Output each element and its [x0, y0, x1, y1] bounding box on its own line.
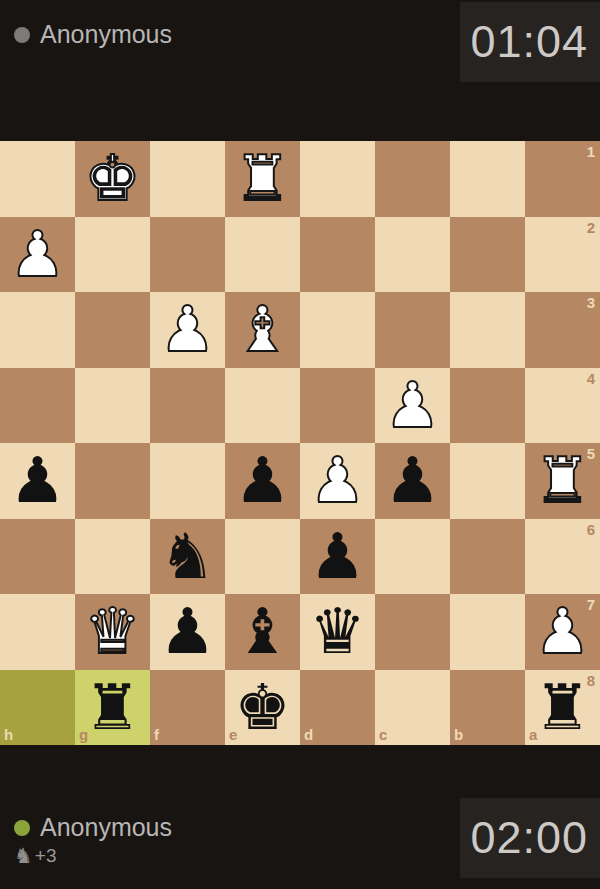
file-label-b: b: [454, 727, 463, 742]
black-pawn[interactable]: ♟: [234, 449, 290, 512]
black-pawn[interactable]: ♟: [384, 449, 440, 512]
square-e1[interactable]: ♜: [225, 141, 300, 217]
square-d8[interactable]: d: [300, 670, 375, 746]
top-player-bar: Anonymous: [14, 20, 172, 49]
black-bishop[interactable]: ♝: [234, 600, 290, 663]
black-pawn[interactable]: ♟: [159, 600, 215, 663]
white-king[interactable]: ♚: [84, 147, 140, 210]
square-e5[interactable]: ♟: [225, 443, 300, 519]
square-b1[interactable]: [450, 141, 525, 217]
file-label-f: f: [154, 727, 159, 742]
square-h2[interactable]: ♟: [0, 217, 75, 293]
rank-label-4: 4: [587, 371, 595, 386]
white-pawn[interactable]: ♟: [309, 449, 365, 512]
square-a4[interactable]: 4: [525, 368, 600, 444]
square-c3[interactable]: [375, 292, 450, 368]
file-label-c: c: [379, 727, 387, 742]
rank-label-1: 1: [587, 144, 595, 159]
square-c2[interactable]: [375, 217, 450, 293]
game-screen: Anonymous 01:04 ♚♜1♟2♟♝3♟4♟♟♟♟♜5♞♟6♛♟♝♛♟…: [0, 0, 600, 889]
square-e8[interactable]: ♚e: [225, 670, 300, 746]
square-d5[interactable]: ♟: [300, 443, 375, 519]
square-f8[interactable]: f: [150, 670, 225, 746]
square-h7[interactable]: [0, 594, 75, 670]
rank-label-6: 6: [587, 522, 595, 537]
material-advantage-value: +3: [35, 845, 57, 867]
square-e2[interactable]: [225, 217, 300, 293]
white-queen[interactable]: ♛: [84, 600, 140, 663]
square-c1[interactable]: [375, 141, 450, 217]
rank-label-3: 3: [587, 295, 595, 310]
square-e6[interactable]: [225, 519, 300, 595]
file-label-g: g: [79, 727, 88, 742]
square-b2[interactable]: [450, 217, 525, 293]
square-f2[interactable]: [150, 217, 225, 293]
square-c7[interactable]: [375, 594, 450, 670]
white-rook[interactable]: ♜: [234, 147, 290, 210]
file-label-a: a: [529, 727, 537, 742]
square-h8[interactable]: h: [0, 670, 75, 746]
white-bishop[interactable]: ♝: [234, 298, 290, 361]
connection-dot-icon: [14, 27, 30, 43]
square-a5[interactable]: ♜5: [525, 443, 600, 519]
square-g3[interactable]: [75, 292, 150, 368]
square-d3[interactable]: [300, 292, 375, 368]
rank-label-8: 8: [587, 673, 595, 688]
bottom-player-name: Anonymous: [40, 813, 172, 842]
square-g8[interactable]: ♜g: [75, 670, 150, 746]
material-advantage: ♞ +3: [14, 845, 57, 867]
square-a6[interactable]: 6: [525, 519, 600, 595]
square-b7[interactable]: [450, 594, 525, 670]
square-b5[interactable]: [450, 443, 525, 519]
square-a2[interactable]: 2: [525, 217, 600, 293]
bottom-clock-time: 02:00: [470, 812, 600, 864]
square-f1[interactable]: [150, 141, 225, 217]
square-h5[interactable]: ♟: [0, 443, 75, 519]
file-label-h: h: [4, 727, 13, 742]
square-b8[interactable]: b: [450, 670, 525, 746]
square-h4[interactable]: [0, 368, 75, 444]
square-g5[interactable]: [75, 443, 150, 519]
square-e3[interactable]: ♝: [225, 292, 300, 368]
black-pawn[interactable]: ♟: [9, 449, 65, 512]
square-f4[interactable]: [150, 368, 225, 444]
square-d7[interactable]: ♛: [300, 594, 375, 670]
square-f3[interactable]: ♟: [150, 292, 225, 368]
rank-label-5: 5: [587, 446, 595, 461]
square-h6[interactable]: [0, 519, 75, 595]
square-f5[interactable]: [150, 443, 225, 519]
square-d2[interactable]: [300, 217, 375, 293]
chess-board[interactable]: ♚♜1♟2♟♝3♟4♟♟♟♟♜5♞♟6♛♟♝♛♟7h♜gf♚edcb♜a8: [0, 141, 600, 745]
square-b6[interactable]: [450, 519, 525, 595]
square-a1[interactable]: 1: [525, 141, 600, 217]
top-player-name: Anonymous: [40, 20, 172, 49]
file-label-e: e: [229, 727, 237, 742]
square-e4[interactable]: [225, 368, 300, 444]
rank-label-2: 2: [587, 220, 595, 235]
square-g4[interactable]: [75, 368, 150, 444]
square-b4[interactable]: [450, 368, 525, 444]
square-g1[interactable]: ♚: [75, 141, 150, 217]
black-queen[interactable]: ♛: [309, 600, 365, 663]
square-c5[interactable]: ♟: [375, 443, 450, 519]
square-a8[interactable]: ♜a8: [525, 670, 600, 746]
square-g7[interactable]: ♛: [75, 594, 150, 670]
connection-dot-icon: [14, 820, 30, 836]
white-pawn[interactable]: ♟: [384, 374, 440, 437]
black-knight-icon: ♞: [14, 846, 33, 867]
square-g2[interactable]: [75, 217, 150, 293]
black-rook[interactable]: ♜: [534, 676, 590, 739]
square-d6[interactable]: ♟: [300, 519, 375, 595]
white-pawn[interactable]: ♟: [534, 600, 590, 663]
rank-label-7: 7: [587, 597, 595, 612]
square-d1[interactable]: [300, 141, 375, 217]
black-pawn[interactable]: ♟: [309, 525, 365, 588]
top-clock-time: 01:04: [470, 16, 600, 68]
square-g6[interactable]: [75, 519, 150, 595]
square-b3[interactable]: [450, 292, 525, 368]
square-f6[interactable]: ♞: [150, 519, 225, 595]
white-rook[interactable]: ♜: [534, 449, 590, 512]
square-h1[interactable]: [0, 141, 75, 217]
square-c8[interactable]: c: [375, 670, 450, 746]
black-rook[interactable]: ♜: [84, 676, 140, 739]
black-knight[interactable]: ♞: [159, 525, 215, 588]
square-f7[interactable]: ♟: [150, 594, 225, 670]
square-h3[interactable]: [0, 292, 75, 368]
square-e7[interactable]: ♝: [225, 594, 300, 670]
top-player-clock: 01:04: [460, 2, 600, 82]
square-a3[interactable]: 3: [525, 292, 600, 368]
black-king[interactable]: ♚: [234, 676, 290, 739]
white-pawn[interactable]: ♟: [9, 223, 65, 286]
file-label-d: d: [304, 727, 313, 742]
square-d4[interactable]: [300, 368, 375, 444]
white-pawn[interactable]: ♟: [159, 298, 215, 361]
bottom-player-bar: Anonymous: [14, 813, 172, 842]
square-c4[interactable]: ♟: [375, 368, 450, 444]
square-c6[interactable]: [375, 519, 450, 595]
square-a7[interactable]: ♟7: [525, 594, 600, 670]
bottom-player-clock: 02:00: [460, 798, 600, 878]
